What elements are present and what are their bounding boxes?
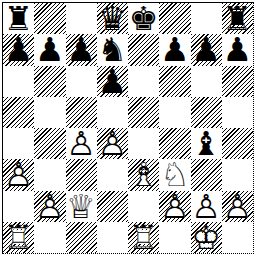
piece-white-king[interactable]: ♚♔ [191, 222, 222, 253]
piece-black-king[interactable]: ♔♚ [128, 3, 159, 34]
king-icon: ♔ [191, 222, 222, 253]
square-b4[interactable] [34, 128, 65, 159]
square-f7[interactable]: ♙♟ [159, 34, 190, 65]
square-e6[interactable] [128, 66, 159, 97]
pawn-icon: ♟ [66, 34, 97, 65]
square-e1[interactable]: ♜♖ [128, 222, 159, 253]
piece-white-bishop[interactable]: ♝♗ [128, 159, 159, 190]
piece-white-pawn[interactable]: ♟♙ [3, 159, 34, 190]
square-d2[interactable] [97, 191, 128, 222]
square-h8[interactable]: ♖♜ [222, 3, 253, 34]
piece-white-pawn[interactable]: ♟♙ [97, 128, 128, 159]
knight-icon: ♞ [97, 34, 128, 65]
square-h1[interactable] [222, 222, 253, 253]
square-h6[interactable] [222, 66, 253, 97]
square-e5[interactable] [128, 97, 159, 128]
square-f1[interactable] [159, 222, 190, 253]
square-c7[interactable]: ♙♟ [66, 34, 97, 65]
square-a5[interactable] [3, 97, 34, 128]
piece-white-pawn[interactable]: ♟♙ [34, 191, 65, 222]
square-f5[interactable] [159, 97, 190, 128]
piece-white-pawn[interactable]: ♟♙ [159, 191, 190, 222]
piece-black-rook[interactable]: ♖♜ [222, 3, 253, 34]
queen-icon: ♛ [97, 3, 128, 34]
pawn-icon: ♙ [191, 191, 222, 222]
pawn-icon: ♟ [222, 34, 253, 65]
square-c4[interactable]: ♟♙ [66, 128, 97, 159]
rook-icon: ♜ [222, 3, 253, 34]
board-frame: ♖♜♕♛♔♚♖♜♙♟♙♟♙♟♘♞♙♟♙♟♙♟♙♟♟♙♟♙♗♝♟♙♝♗♞♘♟♙♛♕… [2, 2, 254, 254]
square-d4[interactable]: ♟♙ [97, 128, 128, 159]
square-f3[interactable]: ♞♘ [159, 159, 190, 190]
square-e8[interactable]: ♔♚ [128, 3, 159, 34]
square-h4[interactable] [222, 128, 253, 159]
square-g3[interactable] [191, 159, 222, 190]
pawn-icon: ♟ [97, 66, 128, 97]
square-a3[interactable]: ♟♙ [3, 159, 34, 190]
square-b8[interactable] [34, 3, 65, 34]
square-d1[interactable] [97, 222, 128, 253]
rook-icon: ♖ [3, 222, 34, 253]
piece-black-pawn[interactable]: ♙♟ [66, 34, 97, 65]
rook-icon: ♖ [128, 222, 159, 253]
pawn-icon: ♟ [3, 34, 34, 65]
square-c1[interactable] [66, 222, 97, 253]
square-c2[interactable]: ♛♕ [66, 191, 97, 222]
square-a6[interactable] [3, 66, 34, 97]
pawn-icon: ♙ [3, 159, 34, 190]
piece-black-bishop[interactable]: ♗♝ [191, 128, 222, 159]
square-d7[interactable]: ♘♞ [97, 34, 128, 65]
square-d6[interactable]: ♙♟ [97, 66, 128, 97]
square-h3[interactable] [222, 159, 253, 190]
piece-white-pawn[interactable]: ♟♙ [222, 191, 253, 222]
bishop-icon: ♝ [191, 128, 222, 159]
square-c6[interactable] [66, 66, 97, 97]
square-g1[interactable]: ♚♔ [191, 222, 222, 253]
pawn-icon: ♙ [222, 191, 253, 222]
square-e7[interactable] [128, 34, 159, 65]
square-a7[interactable]: ♙♟ [3, 34, 34, 65]
pawn-icon: ♙ [159, 191, 190, 222]
piece-black-pawn[interactable]: ♙♟ [97, 66, 128, 97]
square-g4[interactable]: ♗♝ [191, 128, 222, 159]
square-e3[interactable]: ♝♗ [128, 159, 159, 190]
square-a2[interactable] [3, 191, 34, 222]
square-f4[interactable] [159, 128, 190, 159]
square-c3[interactable] [66, 159, 97, 190]
square-e2[interactable] [128, 191, 159, 222]
square-b6[interactable] [34, 66, 65, 97]
square-c8[interactable] [66, 3, 97, 34]
square-h5[interactable] [222, 97, 253, 128]
square-f2[interactable]: ♟♙ [159, 191, 190, 222]
square-g2[interactable]: ♟♙ [191, 191, 222, 222]
king-icon: ♚ [128, 3, 159, 34]
bishop-icon: ♗ [128, 159, 159, 190]
chess-board: ♖♜♕♛♔♚♖♜♙♟♙♟♙♟♘♞♙♟♙♟♙♟♙♟♟♙♟♙♗♝♟♙♝♗♞♘♟♙♛♕… [3, 3, 253, 253]
piece-white-queen[interactable]: ♛♕ [66, 191, 97, 222]
square-d3[interactable] [97, 159, 128, 190]
pawn-icon: ♙ [97, 128, 128, 159]
square-g6[interactable] [191, 66, 222, 97]
square-g8[interactable] [191, 3, 222, 34]
square-b5[interactable] [34, 97, 65, 128]
queen-icon: ♕ [66, 191, 97, 222]
square-a8[interactable]: ♖♜ [3, 3, 34, 34]
pawn-icon: ♟ [191, 34, 222, 65]
square-c5[interactable] [66, 97, 97, 128]
piece-white-knight[interactable]: ♞♘ [159, 159, 190, 190]
square-b7[interactable]: ♙♟ [34, 34, 65, 65]
piece-white-rook[interactable]: ♜♖ [128, 222, 159, 253]
piece-white-pawn[interactable]: ♟♙ [66, 128, 97, 159]
square-f8[interactable] [159, 3, 190, 34]
piece-black-knight[interactable]: ♘♞ [97, 34, 128, 65]
piece-white-rook[interactable]: ♜♖ [3, 222, 34, 253]
piece-black-pawn[interactable]: ♙♟ [222, 34, 253, 65]
piece-white-pawn[interactable]: ♟♙ [191, 191, 222, 222]
square-b3[interactable] [34, 159, 65, 190]
square-e4[interactable] [128, 128, 159, 159]
square-f6[interactable] [159, 66, 190, 97]
piece-black-queen[interactable]: ♕♛ [97, 3, 128, 34]
piece-black-rook[interactable]: ♖♜ [3, 3, 34, 34]
square-d5[interactable] [97, 97, 128, 128]
knight-icon: ♘ [159, 159, 190, 190]
square-g7[interactable]: ♙♟ [191, 34, 222, 65]
piece-black-pawn[interactable]: ♙♟ [34, 34, 65, 65]
pawn-icon: ♟ [159, 34, 190, 65]
square-b2[interactable]: ♟♙ [34, 191, 65, 222]
square-h7[interactable]: ♙♟ [222, 34, 253, 65]
pawn-icon: ♟ [34, 34, 65, 65]
rook-icon: ♜ [3, 3, 34, 34]
piece-black-pawn[interactable]: ♙♟ [191, 34, 222, 65]
piece-black-pawn[interactable]: ♙♟ [3, 34, 34, 65]
square-a4[interactable] [3, 128, 34, 159]
square-a1[interactable]: ♜♖ [3, 222, 34, 253]
square-b1[interactable] [34, 222, 65, 253]
square-d8[interactable]: ♕♛ [97, 3, 128, 34]
pawn-icon: ♙ [66, 128, 97, 159]
square-h2[interactable]: ♟♙ [222, 191, 253, 222]
piece-black-pawn[interactable]: ♙♟ [159, 34, 190, 65]
pawn-icon: ♙ [34, 191, 65, 222]
square-g5[interactable] [191, 97, 222, 128]
